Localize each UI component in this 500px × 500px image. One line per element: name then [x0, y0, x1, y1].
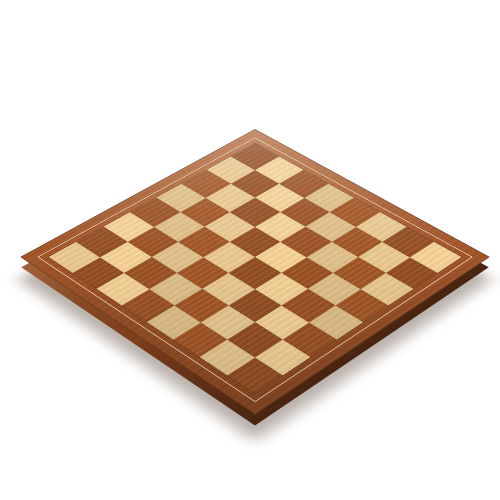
- page-background: [0, 0, 500, 500]
- chess-board: [20, 129, 490, 415]
- board-squares: [49, 143, 462, 394]
